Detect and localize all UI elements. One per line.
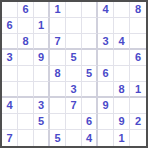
cell-r4c2[interactable] bbox=[18, 50, 34, 66]
cell-r7c8[interactable] bbox=[114, 98, 130, 114]
cell-r7c5[interactable]: 7 bbox=[66, 98, 82, 114]
cell-r8c4[interactable] bbox=[50, 114, 66, 130]
cell-r3c3[interactable] bbox=[34, 34, 50, 50]
cell-r5c1[interactable] bbox=[2, 66, 18, 82]
cell-r5c9[interactable] bbox=[130, 66, 146, 82]
cell-r8c5[interactable] bbox=[66, 114, 82, 130]
cell-r1c6[interactable] bbox=[82, 2, 98, 18]
cell-r1c3[interactable] bbox=[34, 2, 50, 18]
cell-r3c8[interactable]: 4 bbox=[114, 34, 130, 50]
cell-r6c4[interactable] bbox=[50, 82, 66, 98]
cell-r5c4[interactable]: 8 bbox=[50, 66, 66, 82]
cell-r3c1[interactable] bbox=[2, 34, 18, 50]
cell-r2c7[interactable] bbox=[98, 18, 114, 34]
cell-r8c1[interactable] bbox=[2, 114, 18, 130]
cell-r2c1[interactable]: 6 bbox=[2, 18, 18, 34]
cell-r1c8[interactable] bbox=[114, 2, 130, 18]
cell-r4c5[interactable]: 5 bbox=[66, 50, 82, 66]
cell-r5c5[interactable] bbox=[66, 66, 82, 82]
cell-r1c9[interactable]: 8 bbox=[130, 2, 146, 18]
cell-r3c5[interactable] bbox=[66, 34, 82, 50]
cell-r1c2[interactable]: 6 bbox=[18, 2, 34, 18]
cell-r5c2[interactable] bbox=[18, 66, 34, 82]
cell-r7c4[interactable] bbox=[50, 98, 66, 114]
cell-r9c3[interactable] bbox=[34, 130, 50, 146]
cell-r6c6[interactable] bbox=[82, 82, 98, 98]
cell-r9c1[interactable]: 7 bbox=[2, 130, 18, 146]
cell-r6c3[interactable] bbox=[34, 82, 50, 98]
cell-r6c9[interactable]: 1 bbox=[130, 82, 146, 98]
cell-r9c6[interactable]: 4 bbox=[82, 130, 98, 146]
cell-r7c7[interactable]: 9 bbox=[98, 98, 114, 114]
cell-r9c4[interactable]: 5 bbox=[50, 130, 66, 146]
cell-r8c6[interactable]: 6 bbox=[82, 114, 98, 130]
cell-r2c4[interactable] bbox=[50, 18, 66, 34]
cell-r4c3[interactable]: 9 bbox=[34, 50, 50, 66]
cell-r6c7[interactable] bbox=[98, 82, 114, 98]
cell-r8c9[interactable]: 2 bbox=[130, 114, 146, 130]
cell-r6c2[interactable] bbox=[18, 82, 34, 98]
cell-r3c7[interactable]: 3 bbox=[98, 34, 114, 50]
cell-r7c1[interactable]: 4 bbox=[2, 98, 18, 114]
cell-r9c9[interactable] bbox=[130, 130, 146, 146]
cell-r2c5[interactable] bbox=[66, 18, 82, 34]
cell-r3c2[interactable]: 8 bbox=[18, 34, 34, 50]
cell-r4c4[interactable] bbox=[50, 50, 66, 66]
cell-r7c9[interactable] bbox=[130, 98, 146, 114]
cell-r8c7[interactable] bbox=[98, 114, 114, 130]
cell-r5c7[interactable]: 6 bbox=[98, 66, 114, 82]
cell-r5c8[interactable] bbox=[114, 66, 130, 82]
cell-r2c2[interactable] bbox=[18, 18, 34, 34]
cell-r4c7[interactable] bbox=[98, 50, 114, 66]
cell-r2c9[interactable] bbox=[130, 18, 146, 34]
cell-r8c3[interactable]: 5 bbox=[34, 114, 50, 130]
cell-r9c7[interactable] bbox=[98, 130, 114, 146]
cell-r5c3[interactable] bbox=[34, 66, 50, 82]
cell-r4c6[interactable] bbox=[82, 50, 98, 66]
cell-r4c9[interactable]: 6 bbox=[130, 50, 146, 66]
cell-r5c6[interactable]: 5 bbox=[82, 66, 98, 82]
sudoku-board: 61486187343956856381437956927541 bbox=[0, 0, 148, 148]
cell-r2c6[interactable] bbox=[82, 18, 98, 34]
cell-r9c5[interactable] bbox=[66, 130, 82, 146]
cell-r6c8[interactable]: 8 bbox=[114, 82, 130, 98]
cell-r7c2[interactable] bbox=[18, 98, 34, 114]
cell-r4c1[interactable]: 3 bbox=[2, 50, 18, 66]
cell-r7c6[interactable] bbox=[82, 98, 98, 114]
cell-r1c1[interactable] bbox=[2, 2, 18, 18]
cell-r3c4[interactable]: 7 bbox=[50, 34, 66, 50]
cell-r3c6[interactable] bbox=[82, 34, 98, 50]
cell-r4c8[interactable] bbox=[114, 50, 130, 66]
cell-r8c8[interactable]: 9 bbox=[114, 114, 130, 130]
cell-r7c3[interactable]: 3 bbox=[34, 98, 50, 114]
cell-r1c5[interactable] bbox=[66, 2, 82, 18]
cell-r1c7[interactable]: 4 bbox=[98, 2, 114, 18]
cell-r6c1[interactable] bbox=[2, 82, 18, 98]
cell-r9c2[interactable] bbox=[18, 130, 34, 146]
cell-r9c8[interactable]: 1 bbox=[114, 130, 130, 146]
cell-r8c2[interactable] bbox=[18, 114, 34, 130]
cell-r1c4[interactable]: 1 bbox=[50, 2, 66, 18]
cell-r6c5[interactable]: 3 bbox=[66, 82, 82, 98]
cell-r3c9[interactable] bbox=[130, 34, 146, 50]
cell-r2c3[interactable]: 1 bbox=[34, 18, 50, 34]
cell-r2c8[interactable] bbox=[114, 18, 130, 34]
